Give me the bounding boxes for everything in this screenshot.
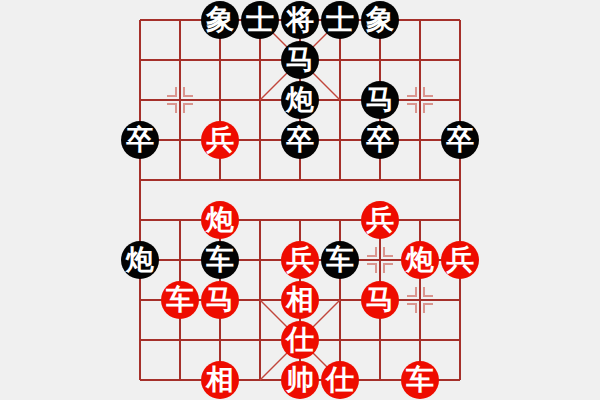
piece-red-soldier[interactable]: 兵 [201,121,239,159]
piece-red-horse[interactable]: 马 [201,281,239,319]
piece-red-soldier[interactable]: 兵 [441,241,479,279]
piece-red-cannon[interactable]: 炮 [201,201,239,239]
piece-black-chariot[interactable]: 车 [321,241,359,279]
xiangqi-app: 象士将士象马炮马卒兵卒卒卒炮兵炮车兵车炮兵车马相马仕相帅仕车 [0,0,600,400]
piece-black-chariot[interactable]: 车 [201,241,239,279]
piece-black-advisor[interactable]: 士 [321,1,359,39]
piece-black-soldier[interactable]: 卒 [121,121,159,159]
piece-black-general[interactable]: 将 [281,1,319,39]
piece-red-horse[interactable]: 马 [361,281,399,319]
piece-black-cannon[interactable]: 炮 [121,241,159,279]
piece-black-soldier[interactable]: 卒 [281,121,319,159]
piece-red-chariot[interactable]: 车 [401,361,439,399]
piece-black-horse[interactable]: 马 [281,41,319,79]
piece-black-horse[interactable]: 马 [361,81,399,119]
piece-red-elephant[interactable]: 相 [201,361,239,399]
piece-black-elephant[interactable]: 象 [201,1,239,39]
piece-red-soldier[interactable]: 兵 [361,201,399,239]
piece-red-advisor[interactable]: 仕 [321,361,359,399]
xiangqi-pieces-layer: 象士将士象马炮马卒兵卒卒卒炮兵炮车兵车炮兵车马相马仕相帅仕车 [120,0,480,400]
piece-red-elephant[interactable]: 相 [281,281,319,319]
piece-red-soldier[interactable]: 兵 [281,241,319,279]
piece-black-advisor[interactable]: 士 [241,1,279,39]
piece-red-general[interactable]: 帅 [281,361,319,399]
piece-black-cannon[interactable]: 炮 [281,81,319,119]
piece-red-cannon[interactable]: 炮 [401,241,439,279]
piece-red-advisor[interactable]: 仕 [281,321,319,359]
piece-black-soldier[interactable]: 卒 [441,121,479,159]
piece-black-soldier[interactable]: 卒 [361,121,399,159]
piece-red-chariot[interactable]: 车 [161,281,199,319]
piece-black-elephant[interactable]: 象 [361,1,399,39]
